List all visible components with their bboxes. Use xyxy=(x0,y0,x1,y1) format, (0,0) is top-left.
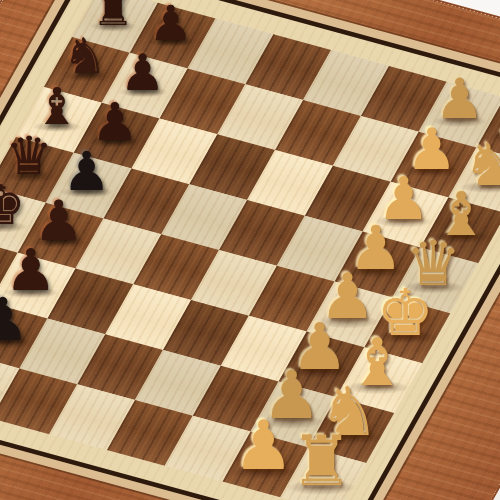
piece-black-pawn: ♟ xyxy=(149,0,192,47)
piece-white-rook: ♜ xyxy=(290,426,352,495)
piece-black-knight: ♞ xyxy=(63,33,107,82)
piece-black-rook: ♜ xyxy=(92,0,134,31)
piece-black-pawn: ♟ xyxy=(0,338,2,399)
piece-white-pawn: ♟ xyxy=(233,412,294,480)
piece-black-king: ♚ xyxy=(0,178,25,232)
piece-black-pawn: ♟ xyxy=(120,47,165,97)
chess-set-photo: ♜♟♟♜♞♟♟♞♝♟♟♝♛♟♟♛♚♟♟♚♝♟♟♝♞♟♟♞♜♟♟♜ xyxy=(0,0,500,500)
piece-black-pawn: ♟ xyxy=(0,290,29,349)
